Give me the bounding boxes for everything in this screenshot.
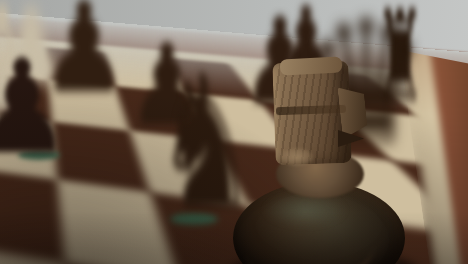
- black-king-foreground: [0, 0, 468, 264]
- king-cross-base-highlight: [281, 148, 313, 166]
- king-cross-top-face: [280, 56, 343, 75]
- chess-photo-scene: ♝♟♟♜♟♟♛♟♞♟: [0, 0, 468, 264]
